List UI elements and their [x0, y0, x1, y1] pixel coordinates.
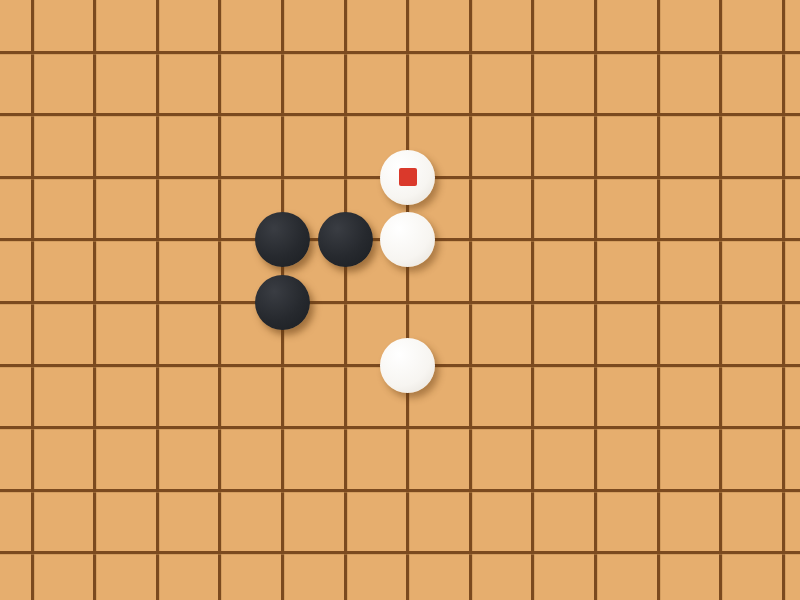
grid-line-horizontal	[0, 51, 800, 54]
white-stone	[380, 212, 435, 267]
grid-line-horizontal	[0, 551, 800, 554]
go-board[interactable]	[0, 0, 800, 600]
black-stone	[255, 212, 310, 267]
last-move-marker-icon	[399, 168, 417, 186]
black-stone	[318, 212, 373, 267]
white-stone	[380, 150, 435, 205]
grid-line-horizontal	[0, 489, 800, 492]
white-stone	[380, 338, 435, 393]
grid-line-horizontal	[0, 426, 800, 429]
grid-line-horizontal	[0, 113, 800, 116]
black-stone	[255, 275, 310, 330]
grid-line-horizontal	[0, 301, 800, 304]
